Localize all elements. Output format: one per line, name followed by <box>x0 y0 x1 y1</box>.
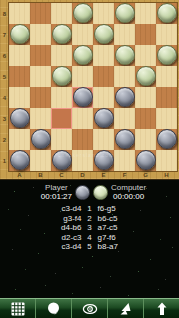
file-label-b: B <box>30 170 51 179</box>
bookmark-icon <box>154 301 170 317</box>
rank-label-8: 8 <box>0 3 9 24</box>
white-piece-h2[interactable] <box>157 129 177 149</box>
square-b2[interactable] <box>30 129 51 150</box>
move-text: a7-c5 <box>98 223 138 233</box>
white-piece-f4[interactable] <box>115 87 135 107</box>
move-text: d4-b6 <box>42 223 82 233</box>
rank-label-2: 2 <box>0 129 9 150</box>
square-d2[interactable] <box>72 129 93 150</box>
square-g7[interactable] <box>135 24 156 45</box>
square-g3[interactable] <box>135 108 156 129</box>
square-g5[interactable] <box>135 66 156 87</box>
black-piece-c7[interactable] <box>52 24 72 44</box>
arrows-icon <box>118 301 134 317</box>
move-text: f6-g5 <box>98 204 138 214</box>
starfield-background <box>0 181 1 182</box>
white-piece-a1[interactable] <box>10 150 30 170</box>
file-label-h: H <box>156 170 177 179</box>
square-c7[interactable] <box>51 24 72 45</box>
move-text: b6-c5 <box>98 214 138 224</box>
white-piece-a3[interactable] <box>10 108 30 128</box>
square-b4[interactable] <box>30 87 51 108</box>
square-g1[interactable] <box>135 150 156 171</box>
scoreboard: Player 00:01:27 Computer 00:00:00 <box>8 181 179 201</box>
square-b6[interactable] <box>30 45 51 66</box>
square-d6[interactable] <box>72 45 93 66</box>
square-h3[interactable] <box>156 108 177 129</box>
black-piece-a7[interactable] <box>10 24 30 44</box>
bottom-toolbar <box>0 298 179 318</box>
file-label-f: F <box>114 170 135 179</box>
black-piece-f6[interactable] <box>115 45 135 65</box>
square-b1[interactable] <box>30 150 51 171</box>
square-e2[interactable] <box>93 129 114 150</box>
square-c3[interactable] <box>51 108 72 129</box>
move-row: c3-d45b8-a7 <box>42 242 138 252</box>
black-piece-e7[interactable] <box>94 24 114 44</box>
black-piece-c5[interactable] <box>52 66 72 86</box>
white-piece-f2[interactable] <box>115 129 135 149</box>
square-a7[interactable] <box>9 24 30 45</box>
checkers-board: 87654321 ABCDEFGH checkersland.com <box>0 0 179 180</box>
computer-time: 00:00:00 <box>113 192 144 201</box>
player-label: Player <box>45 183 68 192</box>
rank-label-4: 4 <box>0 87 9 108</box>
square-d3[interactable] <box>72 108 93 129</box>
computer-clock-block: Computer 00:00:00 <box>111 183 146 201</box>
rank-label-5: 5 <box>0 66 9 87</box>
grid-icon <box>10 301 26 317</box>
square-h6[interactable] <box>156 45 177 66</box>
square-g6[interactable] <box>135 45 156 66</box>
square-g4[interactable] <box>135 87 156 108</box>
square-b7[interactable] <box>30 24 51 45</box>
player-time: 00:01:27 <box>41 192 72 201</box>
rank-label-1: 1 <box>0 150 9 171</box>
square-e3[interactable] <box>93 108 114 129</box>
checkers-app-screen: 87654321 ABCDEFGH checkersland.com Playe… <box>0 0 179 318</box>
square-b3[interactable] <box>30 108 51 129</box>
rank-label-7: 7 <box>0 24 9 45</box>
white-piece-b2[interactable] <box>31 129 51 149</box>
white-piece-e3[interactable] <box>94 108 114 128</box>
black-piece-g5[interactable] <box>136 66 156 86</box>
move-row: d2-c34g7-f6 <box>42 233 138 243</box>
move-text: c3-d4 <box>42 204 82 214</box>
square-d5[interactable] <box>72 66 93 87</box>
square-b5[interactable] <box>30 66 51 87</box>
info-panel: Player 00:01:27 Computer 00:00:00 c3-d41… <box>0 181 179 298</box>
square-d8[interactable] <box>72 3 93 24</box>
move-row: d4-b63a7-c5 <box>42 223 138 233</box>
file-label-e: E <box>93 170 114 179</box>
black-piece-h6[interactable] <box>157 45 177 65</box>
bookmark-button[interactable] <box>143 299 179 318</box>
file-label-d: D <box>72 170 93 179</box>
square-e4[interactable] <box>93 87 114 108</box>
square-f2[interactable] <box>114 129 135 150</box>
square-a2[interactable] <box>9 129 30 150</box>
square-b8[interactable] <box>30 3 51 24</box>
square-f6[interactable] <box>114 45 135 66</box>
player-piece-icon <box>75 185 90 200</box>
rank-label-6: 6 <box>0 45 9 66</box>
black-piece-h8[interactable] <box>157 3 177 23</box>
square-h5[interactable] <box>156 66 177 87</box>
square-h1[interactable] <box>156 150 177 171</box>
square-a3[interactable] <box>9 108 30 129</box>
square-e7[interactable] <box>93 24 114 45</box>
square-f5[interactable] <box>114 66 135 87</box>
moves-button[interactable] <box>107 299 143 318</box>
view-button[interactable] <box>71 299 107 318</box>
move-text: g3-f4 <box>42 214 82 224</box>
move-text: c3-d4 <box>42 242 82 252</box>
move-row: c3-d41f6-g5 <box>42 204 138 214</box>
file-label-g: G <box>135 170 156 179</box>
move-list: c3-d41f6-g5g3-f42b6-c5d4-b63a7-c5d2-c34g… <box>0 204 179 252</box>
move-number: 1 <box>82 204 98 214</box>
file-label-c: C <box>51 170 72 179</box>
file-label-a: A <box>9 170 30 179</box>
black-piece-f8[interactable] <box>115 3 135 23</box>
square-f8[interactable] <box>114 3 135 24</box>
eye-icon <box>82 301 98 317</box>
square-c6[interactable] <box>51 45 72 66</box>
square-f1[interactable] <box>114 150 135 171</box>
square-h2[interactable] <box>156 129 177 150</box>
watermark-text: checkersland.com <box>58 152 114 158</box>
square-c2[interactable] <box>51 129 72 150</box>
white-piece-g1[interactable] <box>136 150 156 170</box>
square-e8[interactable] <box>93 3 114 24</box>
board-squares <box>9 3 177 171</box>
black-piece-d8[interactable] <box>73 3 93 23</box>
board-setup-button[interactable] <box>0 299 35 318</box>
square-c5[interactable] <box>51 66 72 87</box>
square-d7[interactable] <box>72 24 93 45</box>
square-e5[interactable] <box>93 66 114 87</box>
rank-labels: 87654321 <box>0 3 9 171</box>
square-f3[interactable] <box>114 108 135 129</box>
square-h8[interactable] <box>156 3 177 24</box>
rank-label-3: 3 <box>0 108 9 129</box>
square-h4[interactable] <box>156 87 177 108</box>
square-h7[interactable] <box>156 24 177 45</box>
move-text: b8-a7 <box>98 242 138 252</box>
square-e6[interactable] <box>93 45 114 66</box>
square-a5[interactable] <box>9 66 30 87</box>
square-a8[interactable] <box>9 3 30 24</box>
square-d4[interactable] <box>72 87 93 108</box>
square-a1[interactable] <box>9 150 30 171</box>
computer-label: Computer <box>111 183 146 192</box>
square-a4[interactable] <box>9 87 30 108</box>
computer-piece-icon <box>93 185 108 200</box>
square-c8[interactable] <box>51 3 72 24</box>
move-number: 2 <box>82 214 98 224</box>
move-number: 5 <box>82 242 98 252</box>
move-row: g3-f42b6-c5 <box>42 214 138 224</box>
player-clock-block: Player 00:01:27 <box>41 183 72 201</box>
move-text: d2-c3 <box>42 233 82 243</box>
move-text: g7-f6 <box>98 233 138 243</box>
move-number: 3 <box>82 223 98 233</box>
square-g8[interactable] <box>135 3 156 24</box>
square-c4[interactable] <box>51 87 72 108</box>
black-piece-d6[interactable] <box>73 45 93 65</box>
piece-style-button[interactable] <box>35 299 71 318</box>
white-piece-d4[interactable] <box>73 87 93 107</box>
square-a6[interactable] <box>9 45 30 66</box>
square-g2[interactable] <box>135 129 156 150</box>
square-f4[interactable] <box>114 87 135 108</box>
square-f7[interactable] <box>114 24 135 45</box>
file-labels: ABCDEFGH <box>9 170 177 179</box>
piece-icon <box>46 301 62 317</box>
move-number: 4 <box>82 233 98 243</box>
